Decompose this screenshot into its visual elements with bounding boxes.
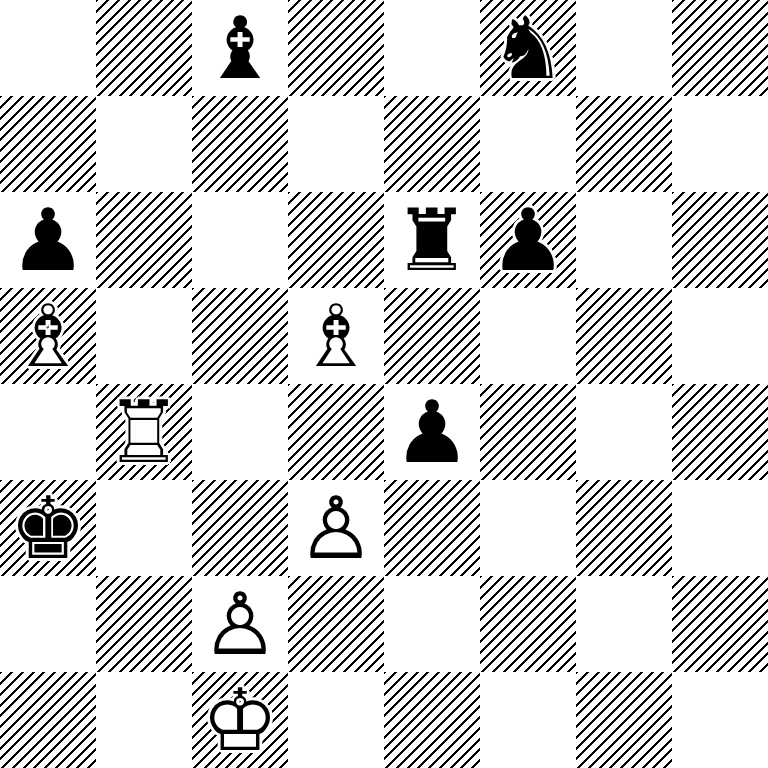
white-bishop-glyph: ♗ (0, 288, 96, 384)
square-h7[interactable] (672, 96, 768, 192)
square-f3[interactable] (480, 480, 576, 576)
square-d5[interactable]: ♝♗ (288, 288, 384, 384)
square-c6[interactable] (192, 192, 288, 288)
square-b2[interactable] (96, 576, 192, 672)
square-c8[interactable]: ♝♝ (192, 0, 288, 96)
square-g5[interactable] (576, 288, 672, 384)
square-g7[interactable] (576, 96, 672, 192)
square-c7[interactable] (192, 96, 288, 192)
square-f8[interactable]: ♞♞ (480, 0, 576, 96)
square-h8[interactable] (672, 0, 768, 96)
square-d3[interactable]: ♟♙ (288, 480, 384, 576)
black-rook-glyph: ♜ (384, 192, 480, 288)
square-h3[interactable] (672, 480, 768, 576)
square-b4[interactable]: ♜♖ (96, 384, 192, 480)
square-h5[interactable] (672, 288, 768, 384)
square-g6[interactable] (576, 192, 672, 288)
black-pawn-glyph: ♟ (0, 192, 96, 288)
square-a8[interactable] (0, 0, 96, 96)
square-f2[interactable] (480, 576, 576, 672)
square-e6[interactable]: ♜♜ (384, 192, 480, 288)
square-b5[interactable] (96, 288, 192, 384)
white-pawn[interactable]: ♟♙ (288, 480, 384, 576)
white-pawn[interactable]: ♟♙ (192, 576, 288, 672)
square-b3[interactable] (96, 480, 192, 576)
square-a6[interactable]: ♟♟ (0, 192, 96, 288)
square-a2[interactable] (0, 576, 96, 672)
square-e5[interactable] (384, 288, 480, 384)
white-king[interactable]: ♚♔ (192, 672, 288, 768)
square-b7[interactable] (96, 96, 192, 192)
white-king-glyph: ♔ (192, 672, 288, 768)
square-g2[interactable] (576, 576, 672, 672)
square-a5[interactable]: ♝♗ (0, 288, 96, 384)
square-e1[interactable] (384, 672, 480, 768)
black-pawn[interactable]: ♟♟ (0, 192, 96, 288)
square-b1[interactable] (96, 672, 192, 768)
square-e2[interactable] (384, 576, 480, 672)
black-rook[interactable]: ♜♜ (384, 192, 480, 288)
square-f6[interactable]: ♟♟ (480, 192, 576, 288)
square-a4[interactable] (0, 384, 96, 480)
black-king[interactable]: ♚♚ (0, 480, 96, 576)
white-rook[interactable]: ♜♖ (96, 384, 192, 480)
black-pawn-glyph: ♟ (480, 192, 576, 288)
square-d4[interactable] (288, 384, 384, 480)
square-a3[interactable]: ♚♚ (0, 480, 96, 576)
square-g8[interactable] (576, 0, 672, 96)
black-knight[interactable]: ♞♞ (480, 0, 576, 96)
square-c4[interactable] (192, 384, 288, 480)
square-f4[interactable] (480, 384, 576, 480)
square-e7[interactable] (384, 96, 480, 192)
square-h2[interactable] (672, 576, 768, 672)
white-rook-glyph: ♖ (96, 384, 192, 480)
square-f5[interactable] (480, 288, 576, 384)
square-h1[interactable] (672, 672, 768, 768)
white-bishop[interactable]: ♝♗ (0, 288, 96, 384)
square-c2[interactable]: ♟♙ (192, 576, 288, 672)
square-h4[interactable] (672, 384, 768, 480)
square-d6[interactable] (288, 192, 384, 288)
square-e3[interactable] (384, 480, 480, 576)
black-pawn[interactable]: ♟♟ (480, 192, 576, 288)
square-e4[interactable]: ♟♟ (384, 384, 480, 480)
black-knight-glyph: ♞ (480, 0, 576, 96)
square-f1[interactable] (480, 672, 576, 768)
black-bishop-glyph: ♝ (192, 0, 288, 96)
square-f7[interactable] (480, 96, 576, 192)
chess-board: ♝♝♞♞♟♟♜♜♟♟♝♗♝♗♜♖♟♟♚♚♟♙♟♙♚♔ (0, 0, 768, 768)
square-g3[interactable] (576, 480, 672, 576)
square-d1[interactable] (288, 672, 384, 768)
square-h6[interactable] (672, 192, 768, 288)
square-c1[interactable]: ♚♔ (192, 672, 288, 768)
square-c5[interactable] (192, 288, 288, 384)
white-pawn-glyph: ♙ (192, 576, 288, 672)
square-g4[interactable] (576, 384, 672, 480)
square-b6[interactable] (96, 192, 192, 288)
square-a1[interactable] (0, 672, 96, 768)
white-bishop[interactable]: ♝♗ (288, 288, 384, 384)
square-g1[interactable] (576, 672, 672, 768)
square-d2[interactable] (288, 576, 384, 672)
square-b8[interactable] (96, 0, 192, 96)
white-bishop-glyph: ♗ (288, 288, 384, 384)
black-bishop[interactable]: ♝♝ (192, 0, 288, 96)
square-d8[interactable] (288, 0, 384, 96)
square-c3[interactable] (192, 480, 288, 576)
black-pawn[interactable]: ♟♟ (384, 384, 480, 480)
square-d7[interactable] (288, 96, 384, 192)
white-pawn-glyph: ♙ (288, 480, 384, 576)
black-pawn-glyph: ♟ (384, 384, 480, 480)
square-a7[interactable] (0, 96, 96, 192)
black-king-glyph: ♚ (0, 480, 96, 576)
square-e8[interactable] (384, 0, 480, 96)
